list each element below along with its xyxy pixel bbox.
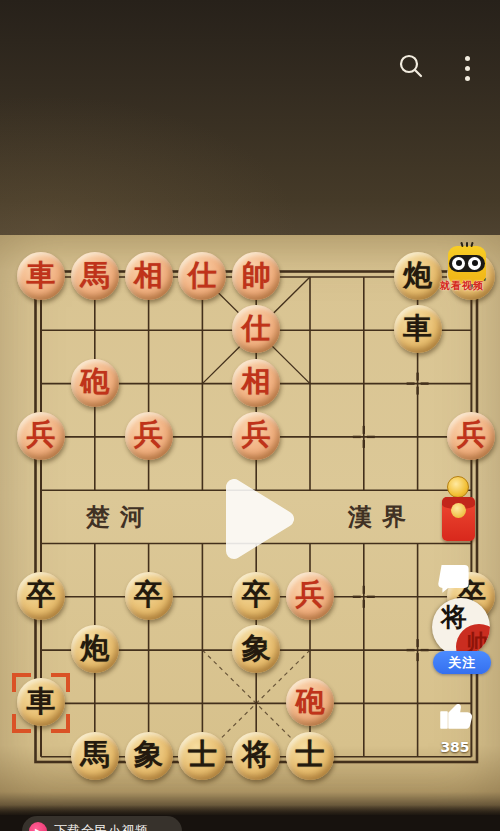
piece-black-卒: 卒 [17,572,65,620]
like-count: 385 [434,739,476,755]
app-logo-icon: ▶ [29,822,47,831]
piece-black-卒: 卒 [125,572,173,620]
piece-black-卒: 卒 [232,572,280,620]
uploader-avatar[interactable]: 将 帅 [432,598,490,656]
piece-black-将: 将 [232,732,280,780]
comment-icon[interactable] [435,560,475,600]
piece-red-兵: 兵 [286,572,334,620]
piece-black-士: 士 [178,732,226,780]
thumbs-up-icon[interactable] [436,695,474,733]
river-label-hanjie: 漢界 [348,501,416,533]
piece-black-馬: 馬 [71,732,119,780]
download-app-label: 下载全民小视频 [54,822,149,831]
more-menu-icon[interactable] [460,52,474,84]
river-label-chuhe: 楚河 [86,501,154,533]
piece-black-士: 士 [286,732,334,780]
video-header [0,0,500,235]
video-frame[interactable]: 楚河 漢界 就看视频 将 帅 关注 [0,235,500,815]
play-button[interactable] [210,473,300,565]
piece-red-相: 相 [232,359,280,407]
piece-red-兵: 兵 [232,412,280,460]
piece-red-相: 相 [125,252,173,300]
piece-red-兵: 兵 [447,412,495,460]
piece-red-馬: 馬 [71,252,119,300]
piece-red-兵: 兵 [17,412,65,460]
piece-black-炮: 炮 [71,625,119,673]
gold-coin-icon [447,476,469,498]
piece-black-車: 車 [394,305,442,353]
app-screen: 楚河 漢界 就看视频 将 帅 关注 [0,0,500,831]
piece-red-車: 車 [17,252,65,300]
like-control[interactable]: 385 [434,695,476,755]
piece-red-帥: 帥 [232,252,280,300]
download-app-pill[interactable]: ▶ 下载全民小视频 [22,816,182,831]
last-move-selection-bracket [12,673,70,733]
watermark-text: 就看视频 [440,279,496,293]
search-icon[interactable] [398,53,424,79]
piece-red-砲: 砲 [71,359,119,407]
piece-red-兵: 兵 [125,412,173,460]
bottom-bar: ▶ 下载全民小视频 [0,805,500,831]
piece-black-象: 象 [125,732,173,780]
piece-black-象: 象 [232,625,280,673]
red-envelope-icon[interactable] [442,497,475,541]
piece-black-炮: 炮 [394,252,442,300]
follow-button[interactable]: 关注 [433,651,491,674]
